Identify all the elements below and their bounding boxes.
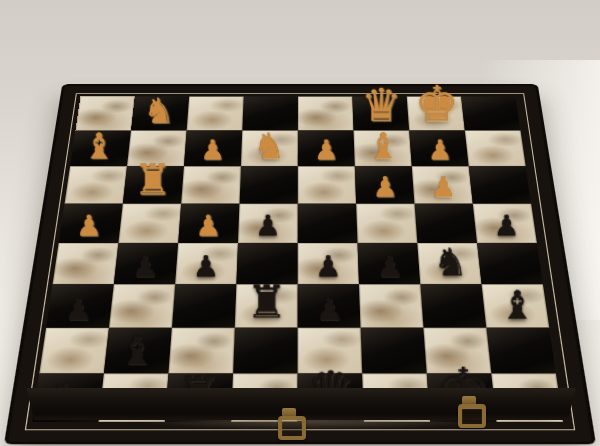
piece-black-bishop-h3[interactable]: ♝ (486, 285, 549, 325)
piece-white-pawn-f6[interactable]: ♟ (356, 173, 414, 201)
square-e8[interactable] (298, 96, 354, 130)
square-g8[interactable]: ♚ (407, 96, 465, 130)
square-c8[interactable] (187, 96, 244, 130)
square-b6[interactable]: ♜ (123, 166, 184, 203)
piece-black-pawn-e4[interactable]: ♟ (298, 252, 359, 281)
square-e6[interactable] (298, 166, 356, 203)
piece-black-bishop-b2[interactable]: ♝ (104, 330, 168, 371)
piece-white-queen-f8[interactable]: ♛ (353, 83, 409, 128)
square-b2[interactable]: ♝ (104, 328, 172, 374)
square-f6[interactable]: ♟ (355, 166, 415, 203)
piece-white-pawn-a5[interactable]: ♟ (59, 211, 119, 240)
square-h3[interactable]: ♝ (482, 284, 550, 327)
square-d5[interactable]: ♟ (238, 204, 298, 243)
piece-white-knight-b8[interactable]: ♞ (131, 93, 187, 128)
piece-black-rook-d3[interactable]: ♜ (235, 279, 298, 324)
square-h8[interactable] (461, 96, 520, 130)
latch-ring-icon (278, 416, 306, 440)
piece-black-pawn-c4[interactable]: ♟ (175, 252, 236, 281)
piece-white-pawn-e7[interactable]: ♟ (298, 136, 355, 163)
square-f7[interactable]: ♝ (354, 131, 412, 167)
square-f2[interactable] (361, 328, 427, 374)
square-e5[interactable] (298, 204, 358, 243)
square-b3[interactable] (109, 284, 175, 327)
square-e3[interactable]: ♟ (298, 284, 361, 327)
square-b4[interactable]: ♟ (114, 243, 178, 284)
square-c5[interactable]: ♟ (178, 204, 239, 243)
piece-white-bishop-a7[interactable]: ♝ (70, 128, 127, 164)
square-h2[interactable] (486, 328, 556, 374)
square-b5[interactable] (118, 204, 181, 243)
square-g5[interactable] (414, 204, 477, 243)
square-g6[interactable]: ♟ (412, 166, 473, 203)
square-h4[interactable] (477, 243, 543, 284)
square-h6[interactable] (469, 166, 531, 203)
square-g7[interactable]: ♟ (409, 131, 469, 167)
piece-white-rook-b6[interactable]: ♜ (123, 159, 181, 201)
piece-black-pawn-f4[interactable]: ♟ (359, 252, 420, 281)
piece-black-knight-g4[interactable]: ♞ (420, 243, 481, 282)
piece-white-pawn-c5[interactable]: ♟ (178, 211, 238, 240)
latch-ring-icon (458, 404, 486, 428)
square-a6[interactable] (65, 166, 128, 203)
piece-black-pawn-a3[interactable]: ♟ (47, 294, 110, 324)
square-a7[interactable]: ♝ (70, 131, 131, 167)
square-f5[interactable] (356, 204, 417, 243)
square-g4[interactable]: ♞ (417, 243, 481, 284)
square-d7[interactable]: ♞ (241, 131, 298, 167)
board-pinstripe-border: ♞♛♚♝♟♞♟♝♟♜♟♟♟♟♟♟♟♟♟♟♞♟♜♟♝♝♞♜♛♚ (25, 93, 576, 430)
square-d2[interactable] (233, 328, 298, 374)
square-e4[interactable]: ♟ (298, 243, 359, 284)
square-f4[interactable]: ♟ (358, 243, 421, 284)
square-c3[interactable] (172, 284, 237, 327)
piece-white-pawn-c7[interactable]: ♟ (184, 136, 241, 163)
piece-white-pawn-g7[interactable]: ♟ (412, 136, 469, 163)
piece-white-knight-d7[interactable]: ♞ (241, 128, 298, 164)
square-c6[interactable] (181, 166, 241, 203)
chess-board-scene: ♞♛♚♝♟♞♟♝♟♜♟♟♟♟♟♟♟♟♟♟♞♟♜♟♝♝♞♜♛♚ (65, 86, 535, 416)
square-h7[interactable] (465, 131, 526, 167)
square-a3[interactable]: ♟ (46, 284, 114, 327)
square-c4[interactable]: ♟ (175, 243, 238, 284)
square-d3[interactable]: ♜ (235, 284, 298, 327)
piece-black-pawn-d5[interactable]: ♟ (238, 211, 298, 240)
piece-black-pawn-e3[interactable]: ♟ (298, 294, 361, 324)
square-f3[interactable] (359, 284, 423, 327)
photo-stage: ♞♛♚♝♟♞♟♝♟♜♟♟♟♟♟♟♟♟♟♟♞♟♜♟♝♝♞♜♛♚ (0, 0, 600, 446)
square-a4[interactable] (53, 243, 119, 284)
board-grid: ♞♛♚♝♟♞♟♝♟♜♟♟♟♟♟♟♟♟♟♟♞♟♜♟♝♝♞♜♛♚ (32, 96, 563, 422)
square-a2[interactable] (39, 328, 109, 374)
square-d6[interactable] (240, 166, 298, 203)
piece-white-king-g8[interactable]: ♚ (409, 79, 465, 128)
piece-black-pawn-b4[interactable]: ♟ (114, 252, 175, 281)
brass-latch-right (452, 396, 486, 422)
piece-white-pawn-g6[interactable]: ♟ (414, 173, 472, 201)
piece-white-bishop-f7[interactable]: ♝ (355, 128, 412, 164)
square-a5[interactable]: ♟ (59, 204, 123, 243)
square-h5[interactable]: ♟ (473, 204, 537, 243)
piece-black-pawn-h5[interactable]: ♟ (477, 211, 537, 240)
square-c7[interactable]: ♟ (184, 131, 242, 167)
square-e7[interactable]: ♟ (298, 131, 355, 167)
square-g3[interactable] (420, 284, 486, 327)
square-b8[interactable]: ♞ (131, 96, 189, 130)
brass-latch-left (272, 408, 306, 434)
